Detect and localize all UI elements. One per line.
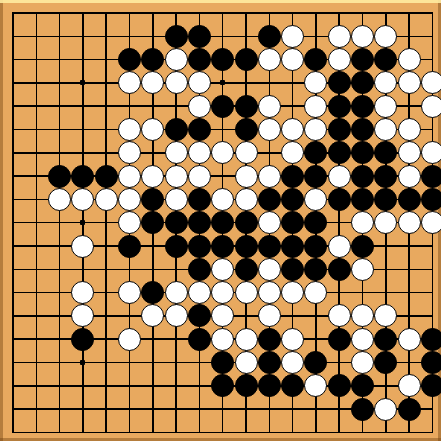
white-stone xyxy=(235,281,258,304)
black-stone xyxy=(258,25,281,48)
white-stone xyxy=(118,165,141,188)
black-stone xyxy=(304,351,327,374)
white-stone xyxy=(258,211,281,234)
white-stone xyxy=(351,211,374,234)
black-stone xyxy=(165,235,188,258)
black-stone xyxy=(421,188,441,211)
white-stone xyxy=(71,235,94,258)
black-stone xyxy=(304,211,327,234)
black-stone xyxy=(211,48,234,71)
black-stone xyxy=(398,398,421,421)
white-stone xyxy=(165,304,188,327)
black-stone xyxy=(351,48,374,71)
white-stone xyxy=(421,141,441,164)
white-stone xyxy=(141,71,164,94)
white-stone xyxy=(374,95,397,118)
black-stone xyxy=(165,118,188,141)
white-stone xyxy=(374,71,397,94)
white-stone xyxy=(374,211,397,234)
white-stone xyxy=(71,304,94,327)
white-stone xyxy=(398,165,421,188)
white-stone xyxy=(211,304,234,327)
black-stone xyxy=(304,235,327,258)
star-point xyxy=(80,220,85,225)
white-stone xyxy=(421,71,441,94)
white-stone xyxy=(398,374,421,397)
white-stone xyxy=(351,328,374,351)
black-stone xyxy=(328,328,351,351)
black-stone xyxy=(235,258,258,281)
black-stone xyxy=(281,374,304,397)
black-stone xyxy=(304,48,327,71)
white-stone xyxy=(118,118,141,141)
white-stone xyxy=(281,25,304,48)
white-stone xyxy=(258,118,281,141)
black-stone xyxy=(141,188,164,211)
white-stone xyxy=(188,165,211,188)
black-stone xyxy=(328,258,351,281)
black-stone xyxy=(304,165,327,188)
black-stone xyxy=(188,188,211,211)
black-stone xyxy=(421,374,441,397)
white-stone xyxy=(188,141,211,164)
black-stone xyxy=(71,165,94,188)
white-stone xyxy=(118,328,141,351)
black-stone xyxy=(211,211,234,234)
white-stone xyxy=(141,304,164,327)
black-stone xyxy=(258,374,281,397)
black-stone xyxy=(258,235,281,258)
white-stone xyxy=(165,48,188,71)
black-stone xyxy=(258,188,281,211)
white-stone xyxy=(165,188,188,211)
black-stone xyxy=(281,258,304,281)
white-stone xyxy=(118,141,141,164)
black-stone xyxy=(235,48,258,71)
white-stone xyxy=(95,188,118,211)
white-stone xyxy=(398,118,421,141)
black-stone xyxy=(235,235,258,258)
white-stone xyxy=(398,48,421,71)
black-stone xyxy=(258,351,281,374)
black-stone xyxy=(235,118,258,141)
black-stone xyxy=(141,48,164,71)
white-stone xyxy=(281,328,304,351)
black-stone xyxy=(328,141,351,164)
white-stone xyxy=(165,165,188,188)
black-stone xyxy=(188,25,211,48)
black-stone xyxy=(48,165,71,188)
white-stone xyxy=(304,374,327,397)
black-stone xyxy=(351,235,374,258)
black-stone xyxy=(281,188,304,211)
black-stone xyxy=(188,48,211,71)
white-stone xyxy=(374,398,397,421)
white-stone xyxy=(118,71,141,94)
white-stone xyxy=(374,304,397,327)
white-stone xyxy=(398,211,421,234)
black-stone xyxy=(351,165,374,188)
white-stone xyxy=(328,48,351,71)
white-stone xyxy=(71,188,94,211)
white-stone xyxy=(211,141,234,164)
white-stone xyxy=(211,328,234,351)
black-stone xyxy=(118,48,141,71)
black-stone xyxy=(188,118,211,141)
white-stone xyxy=(281,118,304,141)
white-stone xyxy=(211,188,234,211)
black-stone xyxy=(211,374,234,397)
black-stone xyxy=(328,374,351,397)
white-stone xyxy=(258,258,281,281)
black-stone xyxy=(351,118,374,141)
black-stone xyxy=(165,211,188,234)
white-stone xyxy=(281,281,304,304)
white-stone xyxy=(211,281,234,304)
black-stone xyxy=(398,188,421,211)
white-stone xyxy=(118,211,141,234)
white-stone xyxy=(165,281,188,304)
white-stone xyxy=(235,141,258,164)
black-stone xyxy=(374,351,397,374)
black-stone xyxy=(351,374,374,397)
black-stone xyxy=(304,258,327,281)
white-stone xyxy=(118,281,141,304)
white-stone xyxy=(165,71,188,94)
black-stone xyxy=(235,211,258,234)
black-stone xyxy=(328,188,351,211)
white-stone xyxy=(211,258,234,281)
black-stone xyxy=(374,328,397,351)
white-stone xyxy=(281,351,304,374)
black-stone xyxy=(71,328,94,351)
white-stone xyxy=(304,188,327,211)
white-stone xyxy=(235,165,258,188)
black-stone xyxy=(165,25,188,48)
black-stone xyxy=(188,211,211,234)
white-stone xyxy=(304,95,327,118)
white-stone xyxy=(374,25,397,48)
black-stone xyxy=(188,258,211,281)
black-stone xyxy=(328,95,351,118)
black-stone xyxy=(328,118,351,141)
white-stone xyxy=(258,48,281,71)
white-stone xyxy=(304,71,327,94)
white-stone xyxy=(235,188,258,211)
white-stone xyxy=(328,25,351,48)
white-stone xyxy=(118,188,141,211)
white-stone xyxy=(141,165,164,188)
black-stone xyxy=(421,165,441,188)
white-stone xyxy=(258,304,281,327)
black-stone xyxy=(235,95,258,118)
black-stone xyxy=(118,235,141,258)
white-stone xyxy=(304,118,327,141)
black-stone xyxy=(281,235,304,258)
black-stone xyxy=(258,328,281,351)
black-stone xyxy=(351,95,374,118)
black-stone xyxy=(141,281,164,304)
white-stone xyxy=(328,235,351,258)
white-stone xyxy=(71,281,94,304)
black-stone xyxy=(235,374,258,397)
white-stone xyxy=(421,211,441,234)
white-stone xyxy=(235,328,258,351)
go-board[interactable] xyxy=(0,0,441,441)
white-stone xyxy=(328,165,351,188)
white-stone xyxy=(351,25,374,48)
black-stone xyxy=(304,141,327,164)
black-stone xyxy=(351,141,374,164)
white-stone xyxy=(188,71,211,94)
black-stone xyxy=(281,211,304,234)
white-stone xyxy=(374,118,397,141)
black-stone xyxy=(374,141,397,164)
black-stone xyxy=(351,188,374,211)
white-stone xyxy=(281,48,304,71)
white-stone xyxy=(421,95,441,118)
white-stone xyxy=(351,304,374,327)
white-stone xyxy=(398,71,421,94)
black-stone xyxy=(211,95,234,118)
black-stone xyxy=(188,328,211,351)
black-stone xyxy=(374,188,397,211)
black-stone xyxy=(421,328,441,351)
white-stone xyxy=(165,141,188,164)
white-stone xyxy=(188,281,211,304)
white-stone xyxy=(258,281,281,304)
black-stone xyxy=(421,351,441,374)
black-stone xyxy=(188,304,211,327)
white-stone xyxy=(188,95,211,118)
black-stone xyxy=(351,398,374,421)
black-stone xyxy=(211,351,234,374)
black-stone xyxy=(95,165,118,188)
white-stone xyxy=(328,304,351,327)
black-stone xyxy=(141,211,164,234)
white-stone xyxy=(281,141,304,164)
go-game-screenshot xyxy=(0,0,441,441)
black-stone xyxy=(374,165,397,188)
star-point xyxy=(80,80,85,85)
white-stone xyxy=(141,118,164,141)
black-stone xyxy=(211,235,234,258)
black-stone xyxy=(374,48,397,71)
white-stone xyxy=(235,351,258,374)
black-stone xyxy=(188,235,211,258)
grid-line-horizontal xyxy=(12,432,433,434)
white-stone xyxy=(304,281,327,304)
star-point xyxy=(220,80,225,85)
white-stone xyxy=(258,165,281,188)
black-stone xyxy=(328,71,351,94)
white-stone xyxy=(258,95,281,118)
white-stone xyxy=(398,328,421,351)
white-stone xyxy=(351,258,374,281)
star-point xyxy=(80,360,85,365)
black-stone xyxy=(351,71,374,94)
white-stone xyxy=(351,351,374,374)
white-stone xyxy=(398,141,421,164)
black-stone xyxy=(281,165,304,188)
white-stone xyxy=(48,188,71,211)
